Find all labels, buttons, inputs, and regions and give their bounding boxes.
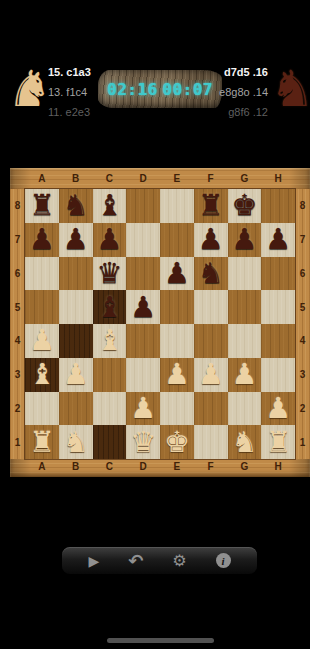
- rank-label-7: 7: [10, 223, 25, 257]
- white-bishop: ♝: [29, 360, 55, 389]
- black-rook: ♜: [29, 191, 55, 220]
- white-bishop: ♝: [96, 326, 122, 355]
- square-d1[interactable]: ♛: [126, 425, 160, 459]
- black-knight: ♞: [63, 191, 89, 220]
- black-rook: ♜: [198, 191, 224, 220]
- square-e2[interactable]: [160, 392, 194, 426]
- black-queen: ♛: [96, 259, 122, 288]
- file-label-e: E: [160, 168, 194, 190]
- black-pawn: ♟: [164, 259, 190, 288]
- rank-label-6: 6: [10, 257, 25, 291]
- square-a6[interactable]: [25, 257, 59, 291]
- square-c2[interactable]: [93, 392, 127, 426]
- black-pawn: ♟: [231, 225, 257, 254]
- black-knight-icon: ♞: [270, 60, 310, 118]
- undo-button[interactable]: ↶: [128, 552, 143, 570]
- black-move-list: d7d5 .16 e8g8o .14 g8f6 .12: [219, 62, 268, 122]
- black-pawn: ♟: [198, 225, 224, 254]
- file-label-g: G: [228, 459, 262, 477]
- white-king: ♚: [164, 428, 190, 457]
- white-pawn: ♟: [265, 394, 291, 423]
- square-g2[interactable]: [228, 392, 262, 426]
- black-move-prev: e8g8o .14: [219, 82, 268, 102]
- rank-label-8: 8: [295, 189, 310, 223]
- square-b6[interactable]: [59, 257, 93, 291]
- square-b1[interactable]: ♞: [59, 425, 93, 459]
- rank-label-6: 6: [295, 257, 310, 291]
- rank-label-3: 3: [295, 358, 310, 392]
- game-clock: 02:16 00:07: [98, 70, 222, 108]
- rank-label-8: 8: [10, 189, 25, 223]
- rank-label-5: 5: [295, 290, 310, 324]
- square-a7[interactable]: ♟: [25, 223, 59, 257]
- square-d7[interactable]: [126, 223, 160, 257]
- white-move-prev: 13. f1c4: [48, 82, 91, 102]
- square-g7[interactable]: ♟: [228, 223, 262, 257]
- rank-labels-left: 87654321: [10, 189, 25, 459]
- square-d5[interactable]: ♟: [126, 290, 160, 324]
- file-label-b: B: [59, 459, 93, 477]
- square-a8[interactable]: ♜: [25, 189, 59, 223]
- square-b3[interactable]: ♟: [59, 358, 93, 392]
- rank-label-5: 5: [10, 290, 25, 324]
- rank-label-3: 3: [10, 358, 25, 392]
- board-squares: ♜♞♝♜♚♟♟♟♟♟♟♛♟♞♝♟♟♝♝♟♟♟♟♟♟♜♞♛♚♞♜: [25, 189, 295, 459]
- gear-icon: ⚙: [172, 551, 186, 570]
- square-d2[interactable]: ♟: [126, 392, 160, 426]
- black-pawn: ♟: [130, 293, 156, 322]
- square-a4[interactable]: ♟: [25, 324, 59, 358]
- square-e6[interactable]: ♟: [160, 257, 194, 291]
- square-f7[interactable]: ♟: [194, 223, 228, 257]
- white-pawn: ♟: [29, 326, 55, 355]
- square-c7[interactable]: ♟: [93, 223, 127, 257]
- square-g3[interactable]: ♟: [228, 358, 262, 392]
- black-move-older: g8f6 .12: [219, 102, 268, 122]
- square-h8[interactable]: [261, 189, 295, 223]
- file-label-d: D: [126, 459, 160, 477]
- info-button[interactable]: i: [216, 553, 231, 568]
- square-h4[interactable]: [261, 324, 295, 358]
- square-e7[interactable]: [160, 223, 194, 257]
- black-pawn: ♟: [96, 225, 122, 254]
- white-move-latest: 15. c1a3: [48, 62, 91, 82]
- square-a1[interactable]: ♜: [25, 425, 59, 459]
- toolbar: ▶ ↶ ⚙ i: [62, 547, 257, 574]
- square-a5[interactable]: [25, 290, 59, 324]
- chess-board: ABCDEFGH ABCDEFGH 87654321 87654321 ♜♞♝♜…: [10, 168, 310, 477]
- file-label-g: G: [228, 168, 262, 190]
- square-g4[interactable]: [228, 324, 262, 358]
- square-c3[interactable]: [93, 358, 127, 392]
- play-button[interactable]: ▶: [88, 553, 99, 569]
- file-label-a: A: [25, 459, 59, 477]
- black-pawn: ♟: [265, 225, 291, 254]
- white-pawn: ♟: [198, 360, 224, 389]
- home-indicator[interactable]: [107, 638, 214, 643]
- white-knight: ♞: [63, 428, 89, 457]
- file-label-h: H: [261, 168, 295, 190]
- file-label-c: C: [93, 168, 127, 190]
- square-h3[interactable]: [261, 358, 295, 392]
- square-g8[interactable]: ♚: [228, 189, 262, 223]
- square-f1[interactable]: [194, 425, 228, 459]
- white-clock-time: 02:16: [107, 80, 158, 99]
- square-c1[interactable]: [93, 425, 127, 459]
- white-move-list: 15. c1a3 13. f1c4 11. e2e3: [48, 62, 91, 122]
- file-labels-bottom: ABCDEFGH: [25, 459, 295, 477]
- square-e1[interactable]: ♚: [160, 425, 194, 459]
- square-h7[interactable]: ♟: [261, 223, 295, 257]
- square-c6[interactable]: ♛: [93, 257, 127, 291]
- app-screen: ♞ 15. c1a3 13. f1c4 11. e2e3 02:16 00:07…: [10, 0, 310, 649]
- play-icon: ▶: [88, 553, 99, 569]
- rank-label-1: 1: [295, 425, 310, 459]
- square-d6[interactable]: [126, 257, 160, 291]
- white-move-older: 11. e2e3: [48, 102, 91, 122]
- black-king: ♚: [231, 191, 257, 220]
- black-pawn: ♟: [29, 225, 55, 254]
- white-pawn: ♟: [164, 360, 190, 389]
- rank-labels-right: 87654321: [295, 189, 310, 459]
- rank-label-1: 1: [10, 425, 25, 459]
- square-e4[interactable]: [160, 324, 194, 358]
- file-label-f: F: [194, 168, 228, 190]
- square-f3[interactable]: ♟: [194, 358, 228, 392]
- rank-label-2: 2: [10, 392, 25, 426]
- black-move-latest: d7d5 .16: [219, 62, 268, 82]
- rank-label-4: 4: [295, 324, 310, 358]
- white-pawn: ♟: [130, 394, 156, 423]
- square-g6[interactable]: [228, 257, 262, 291]
- file-label-f: F: [194, 459, 228, 477]
- white-rook: ♜: [265, 428, 291, 457]
- white-knight: ♞: [231, 428, 257, 457]
- square-f8[interactable]: ♜: [194, 189, 228, 223]
- square-a3[interactable]: ♝: [25, 358, 59, 392]
- square-g5[interactable]: [228, 290, 262, 324]
- black-pawn: ♟: [63, 225, 89, 254]
- square-b8[interactable]: ♞: [59, 189, 93, 223]
- file-label-a: A: [25, 168, 59, 190]
- square-c8[interactable]: ♝: [93, 189, 127, 223]
- square-c5[interactable]: ♝: [93, 290, 127, 324]
- square-e3[interactable]: ♟: [160, 358, 194, 392]
- square-h2[interactable]: ♟: [261, 392, 295, 426]
- square-h1[interactable]: ♜: [261, 425, 295, 459]
- square-d3[interactable]: [126, 358, 160, 392]
- black-clock-time: 00:07: [162, 80, 213, 99]
- square-f2[interactable]: [194, 392, 228, 426]
- white-queen: ♛: [130, 428, 156, 457]
- settings-button[interactable]: ⚙: [172, 551, 186, 570]
- file-label-c: C: [93, 459, 127, 477]
- square-f4[interactable]: [194, 324, 228, 358]
- black-knight: ♞: [198, 259, 224, 288]
- square-e5[interactable]: [160, 290, 194, 324]
- square-c4[interactable]: ♝: [93, 324, 127, 358]
- rank-label-7: 7: [295, 223, 310, 257]
- info-icon: i: [216, 553, 231, 568]
- undo-icon: ↶: [128, 552, 143, 570]
- square-d8[interactable]: [126, 189, 160, 223]
- square-b5[interactable]: [59, 290, 93, 324]
- black-bishop: ♝: [96, 293, 122, 322]
- file-label-e: E: [160, 459, 194, 477]
- rank-label-4: 4: [10, 324, 25, 358]
- white-pawn: ♟: [231, 360, 257, 389]
- square-h6[interactable]: [261, 257, 295, 291]
- square-f6[interactable]: ♞: [194, 257, 228, 291]
- square-b7[interactable]: ♟: [59, 223, 93, 257]
- white-pawn: ♟: [63, 360, 89, 389]
- file-label-h: H: [261, 459, 295, 477]
- file-label-d: D: [126, 168, 160, 190]
- white-rook: ♜: [29, 428, 55, 457]
- file-label-b: B: [59, 168, 93, 190]
- square-h5[interactable]: [261, 290, 295, 324]
- square-b4[interactable]: [59, 324, 93, 358]
- black-bishop: ♝: [96, 191, 122, 220]
- square-f5[interactable]: [194, 290, 228, 324]
- rank-label-2: 2: [295, 392, 310, 426]
- white-knight-icon: ♞: [12, 60, 52, 118]
- square-g1[interactable]: ♞: [228, 425, 262, 459]
- square-a2[interactable]: [25, 392, 59, 426]
- square-d4[interactable]: [126, 324, 160, 358]
- square-b2[interactable]: [59, 392, 93, 426]
- file-labels-top: ABCDEFGH: [25, 168, 295, 189]
- square-e8[interactable]: [160, 189, 194, 223]
